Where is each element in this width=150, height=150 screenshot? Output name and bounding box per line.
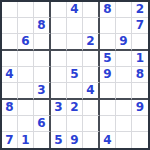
cell-r7c7[interactable]: [100, 100, 116, 116]
cell-r7c6[interactable]: [83, 100, 100, 116]
cell-r1c3[interactable]: [34, 2, 51, 18]
cell-r4c2[interactable]: [18, 51, 34, 67]
given-digit-r3c8[interactable]: 9: [116, 34, 132, 51]
given-digit-r2c9[interactable]: 7: [132, 18, 148, 34]
given-digit-r1c7[interactable]: 8: [100, 2, 116, 18]
given-digit-r5c9[interactable]: 8: [132, 67, 148, 83]
cell-r9c9[interactable]: [132, 132, 148, 148]
given-digit-r9c2[interactable]: 1: [18, 132, 34, 148]
cell-r6c2[interactable]: [18, 83, 34, 100]
given-digit-r1c5[interactable]: 4: [67, 2, 83, 18]
cell-r1c1[interactable]: [2, 2, 18, 18]
cell-r8c9[interactable]: [132, 116, 148, 132]
cell-r2c8[interactable]: [116, 18, 132, 34]
cell-r8c2[interactable]: [18, 116, 34, 132]
cell-r7c2[interactable]: [18, 100, 34, 116]
cell-r8c1[interactable]: [2, 116, 18, 132]
cell-r6c4[interactable]: [51, 83, 67, 100]
cell-r3c3[interactable]: [34, 34, 51, 51]
cell-r6c1[interactable]: [2, 83, 18, 100]
given-digit-r9c7[interactable]: 4: [100, 132, 116, 148]
cell-r8c4[interactable]: [51, 116, 67, 132]
given-digit-r6c6[interactable]: 4: [83, 83, 100, 100]
cell-r5c6[interactable]: [83, 67, 100, 83]
given-digit-r7c9[interactable]: 9: [132, 100, 148, 116]
given-digit-r7c4[interactable]: 3: [51, 100, 67, 116]
cell-r3c5[interactable]: [67, 34, 83, 51]
cell-r4c3[interactable]: [34, 51, 51, 67]
cell-r9c8[interactable]: [116, 132, 132, 148]
cell-r4c8[interactable]: [116, 51, 132, 67]
cell-r7c8[interactable]: [116, 100, 132, 116]
cell-r1c2[interactable]: [18, 2, 34, 18]
given-digit-r7c1[interactable]: 8: [2, 100, 18, 116]
given-digit-r4c7[interactable]: 5: [100, 51, 116, 67]
cell-r5c2[interactable]: [18, 67, 34, 83]
cell-r1c8[interactable]: [116, 2, 132, 18]
cell-r1c6[interactable]: [83, 2, 100, 18]
cell-r8c5[interactable]: [67, 116, 83, 132]
given-digit-r9c1[interactable]: 7: [2, 132, 18, 148]
given-digit-r6c3[interactable]: 3: [34, 83, 51, 100]
given-digit-r8c3[interactable]: 6: [34, 116, 51, 132]
cell-r2c1[interactable]: [2, 18, 18, 34]
given-digit-r2c3[interactable]: 8: [34, 18, 51, 34]
given-digit-r1c9[interactable]: 2: [132, 2, 148, 18]
cell-r6c9[interactable]: [132, 83, 148, 100]
cell-r2c7[interactable]: [100, 18, 116, 34]
cell-r5c8[interactable]: [116, 67, 132, 83]
cell-r3c7[interactable]: [100, 34, 116, 51]
given-digit-r4c9[interactable]: 1: [132, 51, 148, 67]
cell-r1c4[interactable]: [51, 2, 67, 18]
cell-r6c5[interactable]: [67, 83, 83, 100]
cell-r4c4[interactable]: [51, 51, 67, 67]
cell-r3c9[interactable]: [132, 34, 148, 51]
given-digit-r3c6[interactable]: 2: [83, 34, 100, 51]
given-digit-r5c1[interactable]: 4: [2, 67, 18, 83]
cell-r2c6[interactable]: [83, 18, 100, 34]
cell-r9c6[interactable]: [83, 132, 100, 148]
given-digit-r7c5[interactable]: 2: [67, 100, 83, 116]
cell-r3c1[interactable]: [2, 34, 18, 51]
cell-r4c1[interactable]: [2, 51, 18, 67]
given-digit-r5c7[interactable]: 9: [100, 67, 116, 83]
cell-r8c8[interactable]: [116, 116, 132, 132]
cell-r2c2[interactable]: [18, 18, 34, 34]
given-digit-r9c5[interactable]: 9: [67, 132, 83, 148]
cell-r4c6[interactable]: [83, 51, 100, 67]
given-digit-r9c4[interactable]: 5: [51, 132, 67, 148]
cell-r8c6[interactable]: [83, 116, 100, 132]
cell-r7c3[interactable]: [34, 100, 51, 116]
given-digit-r3c2[interactable]: 6: [18, 34, 34, 51]
cell-r2c4[interactable]: [51, 18, 67, 34]
cell-r5c4[interactable]: [51, 67, 67, 83]
cell-r6c8[interactable]: [116, 83, 132, 100]
given-digit-r5c5[interactable]: 5: [67, 67, 83, 83]
cell-r3c4[interactable]: [51, 34, 67, 51]
cell-r4c5[interactable]: [67, 51, 83, 67]
cell-r5c3[interactable]: [34, 67, 51, 83]
cell-r8c7[interactable]: [100, 116, 116, 132]
cell-r2c5[interactable]: [67, 18, 83, 34]
cell-r9c3[interactable]: [34, 132, 51, 148]
sudoku-board: 48287629514598348329671594: [0, 0, 150, 150]
cell-r6c7[interactable]: [100, 83, 116, 100]
